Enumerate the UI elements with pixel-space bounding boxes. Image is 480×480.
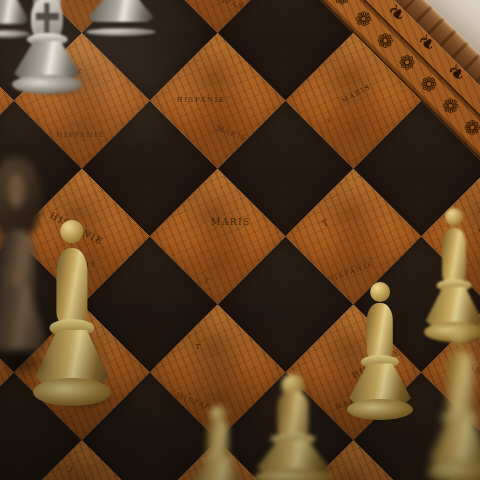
chess-piece-silver-queen[interactable] — [0, 158, 48, 374]
chess-piece-gold-pawn[interactable] — [424, 208, 480, 342]
chess-piece-silver-knight[interactable] — [12, 0, 82, 94]
chess-piece-gold-pawn[interactable] — [254, 374, 332, 480]
chess-piece-gold-pawn[interactable] — [190, 406, 246, 480]
chess-piece-gold-pawn[interactable] — [347, 282, 413, 420]
chess-piece-gold-knight[interactable] — [428, 326, 480, 480]
chess-piece-silver-pawn[interactable] — [86, 0, 156, 36]
photo-stage: ❧ ❧ ❧ ❧ ❧ ❧ ❧ ❧ ❧ ❧ ❧ ❧ ❧ ❧ ❧ ❧ ❧ ❧ ❧ ❧ … — [0, 0, 480, 480]
pieces-layer — [0, 0, 480, 480]
